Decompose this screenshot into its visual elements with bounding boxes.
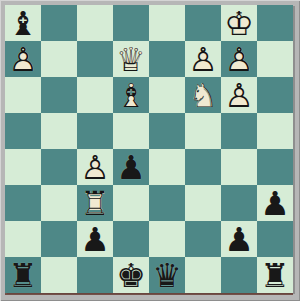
piece-white-bishop[interactable]: ♝♗ (113, 77, 149, 113)
piece-glyph-fill: ♟ (77, 221, 113, 257)
square-h6[interactable] (257, 77, 293, 113)
square-c3[interactable]: ♜♖ (77, 185, 113, 221)
square-e4[interactable] (149, 149, 185, 185)
piece-white-queen[interactable]: ♛♕ (113, 41, 149, 77)
square-g2[interactable]: ♟ (221, 221, 257, 257)
square-b4[interactable] (41, 149, 77, 185)
square-h2[interactable] (257, 221, 293, 257)
piece-glyph-fill: ♝ (5, 5, 41, 41)
piece-glyph-outline: ♘ (185, 77, 221, 113)
square-h8[interactable] (257, 5, 293, 41)
piece-white-pawn[interactable]: ♟♙ (185, 41, 221, 77)
square-e5[interactable] (149, 113, 185, 149)
piece-glyph-outline: ♙ (221, 41, 257, 77)
square-f7[interactable]: ♟♙ (185, 41, 221, 77)
square-h4[interactable] (257, 149, 293, 185)
square-b7[interactable] (41, 41, 77, 77)
square-c7[interactable] (77, 41, 113, 77)
piece-white-rook[interactable]: ♜♖ (77, 185, 113, 221)
piece-black-king[interactable]: ♚ (113, 257, 149, 293)
square-e2[interactable] (149, 221, 185, 257)
square-e3[interactable] (149, 185, 185, 221)
piece-black-pawn[interactable]: ♟ (77, 221, 113, 257)
piece-glyph-outline: ♖ (77, 185, 113, 221)
square-b3[interactable] (41, 185, 77, 221)
square-b6[interactable] (41, 77, 77, 113)
piece-glyph-fill: ♜ (5, 257, 41, 293)
square-d7[interactable]: ♛♕ (113, 41, 149, 77)
piece-white-king[interactable]: ♚♔ (221, 5, 257, 41)
square-g3[interactable] (221, 185, 257, 221)
square-b5[interactable] (41, 113, 77, 149)
square-d4[interactable]: ♟ (113, 149, 149, 185)
piece-glyph-outline: ♗ (113, 77, 149, 113)
square-f8[interactable] (185, 5, 221, 41)
square-c4[interactable]: ♟♙ (77, 149, 113, 185)
square-f1[interactable] (185, 257, 221, 293)
piece-glyph-fill: ♟ (221, 221, 257, 257)
piece-glyph-fill: ♟ (257, 185, 293, 221)
square-a2[interactable] (5, 221, 41, 257)
square-b1[interactable] (41, 257, 77, 293)
square-a3[interactable] (5, 185, 41, 221)
square-a6[interactable] (5, 77, 41, 113)
square-e1[interactable]: ♛ (149, 257, 185, 293)
square-g6[interactable]: ♟♙ (221, 77, 257, 113)
square-c5[interactable] (77, 113, 113, 149)
square-h7[interactable] (257, 41, 293, 77)
piece-white-pawn[interactable]: ♟♙ (5, 41, 41, 77)
piece-white-pawn[interactable]: ♟♙ (221, 41, 257, 77)
square-f4[interactable] (185, 149, 221, 185)
square-b2[interactable] (41, 221, 77, 257)
square-g8[interactable]: ♚♔ (221, 5, 257, 41)
square-h1[interactable]: ♜ (257, 257, 293, 293)
square-a8[interactable]: ♝ (5, 5, 41, 41)
chessboard-frame: ♝♚♔♟♙♛♕♟♙♟♙♝♗♞♘♟♙♟♙♟♜♖♟♟♟♜♚♛♜ (0, 0, 300, 301)
piece-glyph-fill: ♚ (113, 257, 149, 293)
piece-black-bishop[interactable]: ♝ (5, 5, 41, 41)
square-d8[interactable] (113, 5, 149, 41)
piece-glyph-outline: ♙ (185, 41, 221, 77)
piece-black-pawn[interactable]: ♟ (257, 185, 293, 221)
square-d1[interactable]: ♚ (113, 257, 149, 293)
piece-glyph-outline: ♙ (5, 41, 41, 77)
square-f6[interactable]: ♞♘ (185, 77, 221, 113)
square-e6[interactable] (149, 77, 185, 113)
square-f5[interactable] (185, 113, 221, 149)
square-d2[interactable] (113, 221, 149, 257)
square-b8[interactable] (41, 5, 77, 41)
square-d3[interactable] (113, 185, 149, 221)
square-c1[interactable] (77, 257, 113, 293)
square-f2[interactable] (185, 221, 221, 257)
piece-black-pawn[interactable]: ♟ (221, 221, 257, 257)
square-a4[interactable] (5, 149, 41, 185)
piece-glyph-fill: ♟ (113, 149, 149, 185)
square-d5[interactable] (113, 113, 149, 149)
piece-white-pawn[interactable]: ♟♙ (77, 149, 113, 185)
square-g4[interactable] (221, 149, 257, 185)
square-a7[interactable]: ♟♙ (5, 41, 41, 77)
square-h3[interactable]: ♟ (257, 185, 293, 221)
square-h5[interactable] (257, 113, 293, 149)
chessboard: ♝♚♔♟♙♛♕♟♙♟♙♝♗♞♘♟♙♟♙♟♜♖♟♟♟♜♚♛♜ (5, 5, 293, 293)
piece-glyph-fill: ♜ (257, 257, 293, 293)
square-g5[interactable] (221, 113, 257, 149)
piece-black-pawn[interactable]: ♟ (113, 149, 149, 185)
square-g7[interactable]: ♟♙ (221, 41, 257, 77)
square-a5[interactable] (5, 113, 41, 149)
square-a1[interactable]: ♜ (5, 257, 41, 293)
square-c6[interactable] (77, 77, 113, 113)
piece-white-knight[interactable]: ♞♘ (185, 77, 221, 113)
square-c2[interactable]: ♟ (77, 221, 113, 257)
square-g1[interactable] (221, 257, 257, 293)
piece-glyph-fill: ♛ (149, 257, 185, 293)
piece-glyph-outline: ♕ (113, 41, 149, 77)
piece-glyph-outline: ♔ (221, 5, 257, 41)
piece-white-pawn[interactable]: ♟♙ (221, 77, 257, 113)
piece-glyph-outline: ♙ (77, 149, 113, 185)
piece-black-queen[interactable]: ♛ (149, 257, 185, 293)
piece-black-rook[interactable]: ♜ (5, 257, 41, 293)
square-e8[interactable] (149, 5, 185, 41)
square-e7[interactable] (149, 41, 185, 77)
piece-black-rook[interactable]: ♜ (257, 257, 293, 293)
square-d6[interactable]: ♝♗ (113, 77, 149, 113)
square-f3[interactable] (185, 185, 221, 221)
square-c8[interactable] (77, 5, 113, 41)
piece-glyph-outline: ♙ (221, 77, 257, 113)
